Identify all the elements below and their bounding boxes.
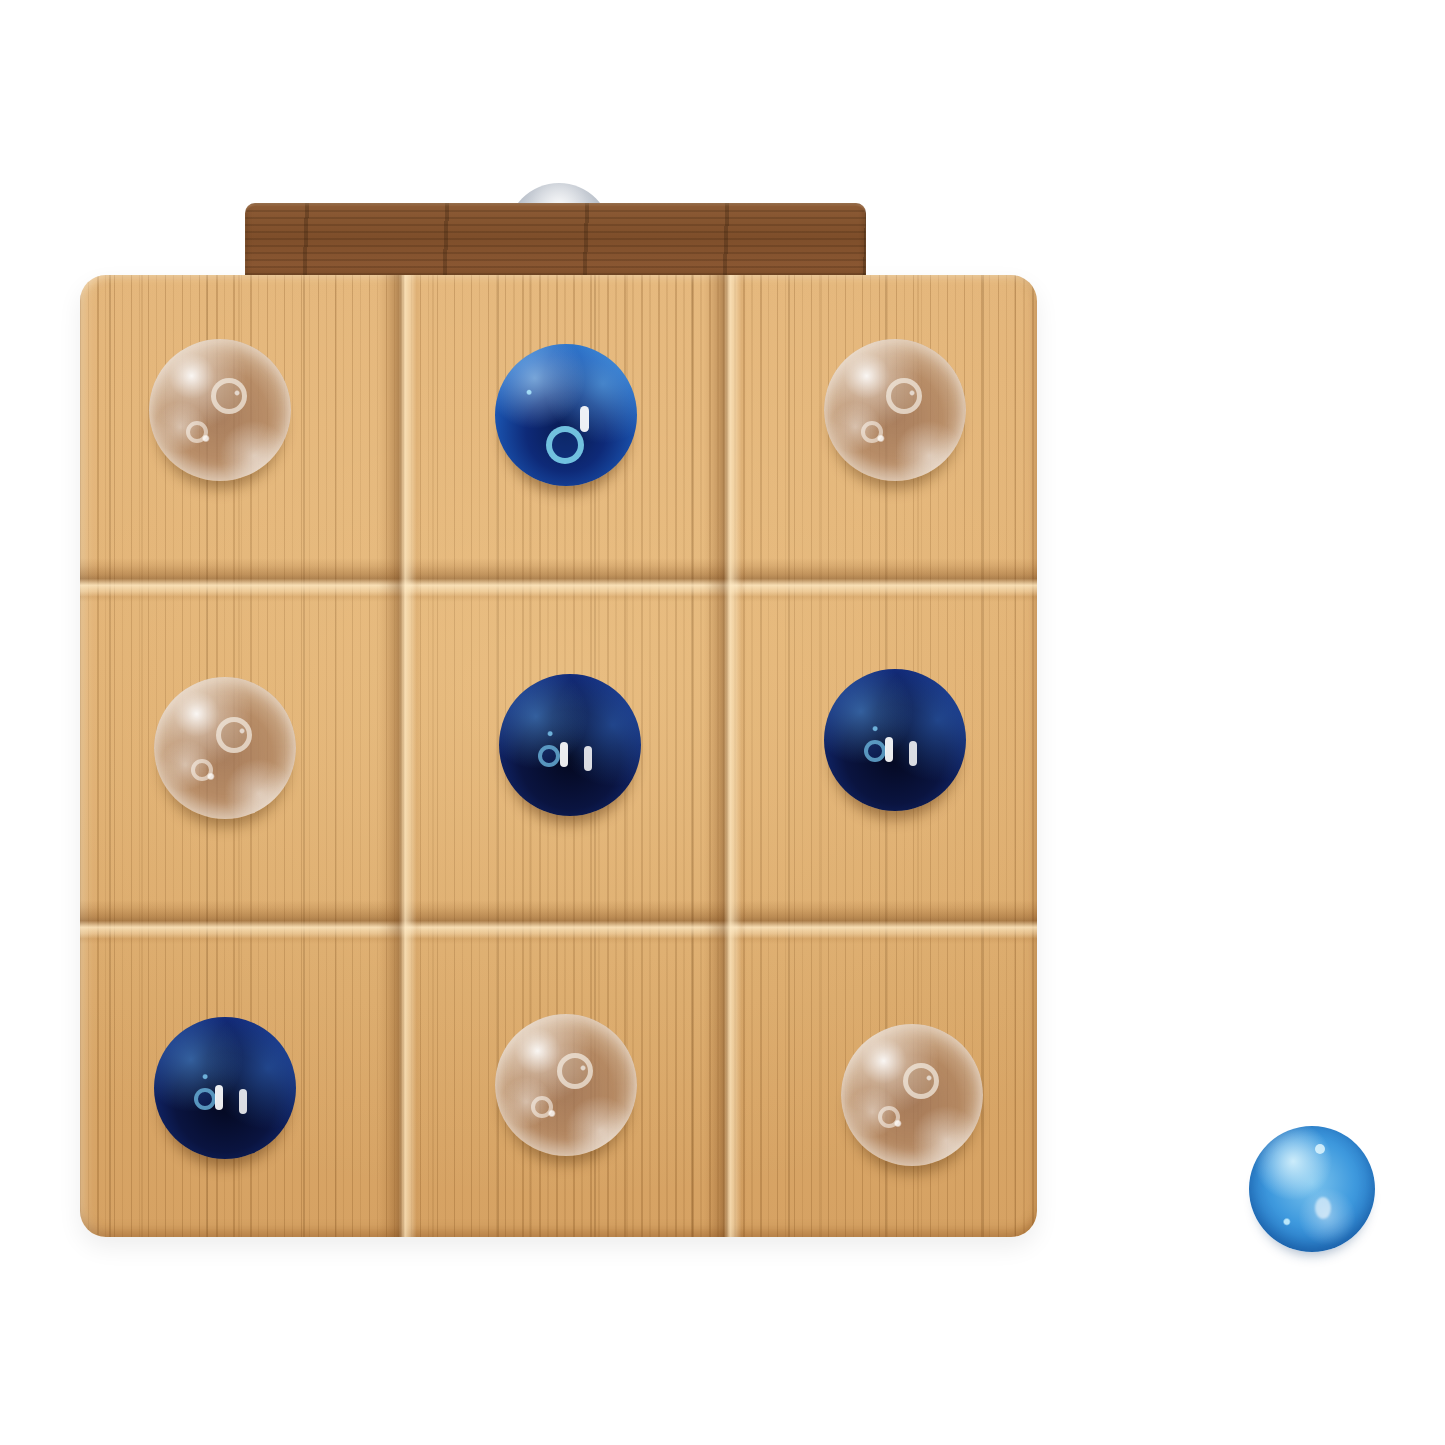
clear-marble[interactable] [149, 339, 291, 481]
oak-game-board [80, 275, 1037, 1237]
cell-r2c1[interactable] [80, 580, 400, 922]
loose-blue-marble[interactable] [1249, 1126, 1375, 1252]
cell-r2c3[interactable] [725, 580, 1037, 922]
cell-r3c1[interactable] [80, 922, 400, 1237]
cell-r1c1[interactable] [80, 275, 400, 580]
cell-r3c2[interactable] [400, 922, 725, 1237]
tic-tac-toe-scene [0, 0, 1445, 1445]
clear-marble[interactable] [824, 339, 966, 481]
cell-r1c2[interactable] [400, 275, 725, 580]
cell-r3c3[interactable] [725, 922, 1037, 1237]
cell-r1c3[interactable] [725, 275, 1037, 580]
clear-marble[interactable] [154, 677, 296, 819]
cell-r2c2[interactable] [400, 580, 725, 922]
blue-marble[interactable] [499, 674, 641, 816]
blue-marble[interactable] [824, 669, 966, 811]
blue-marble[interactable] [154, 1017, 296, 1159]
blue-marble[interactable] [495, 344, 637, 486]
clear-marble[interactable] [495, 1014, 637, 1156]
clear-marble[interactable] [841, 1024, 983, 1166]
board-cells [80, 275, 1037, 1237]
